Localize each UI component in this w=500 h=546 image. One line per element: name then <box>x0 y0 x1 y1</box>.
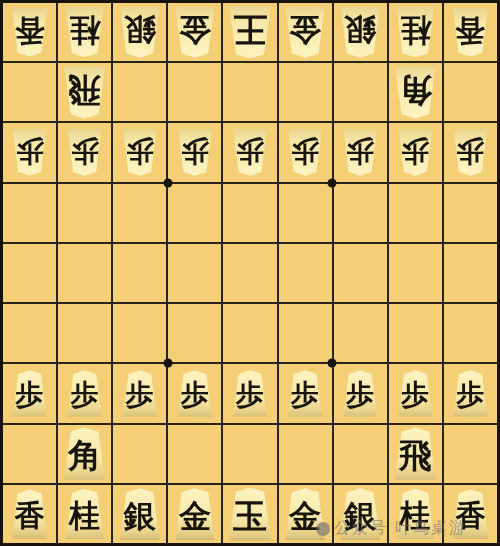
cell-r1c1[interactable]: 香 <box>3 3 56 61</box>
cell-r2c9[interactable] <box>444 63 497 121</box>
piece-silver-gote[interactable]: 銀 <box>117 7 162 58</box>
piece-glyph: 王 <box>233 13 267 47</box>
piece-glyph: 角 <box>399 74 432 107</box>
piece-knight-sente[interactable]: 桂 <box>63 489 105 539</box>
cell-r3c9[interactable]: 歩 <box>444 123 497 181</box>
piece-glyph: 角 <box>68 439 101 472</box>
piece-pawn-gote[interactable]: 歩 <box>10 129 48 176</box>
cell-r7c1[interactable]: 歩 <box>3 364 56 422</box>
cell-r1c7[interactable]: 銀 <box>334 3 387 61</box>
piece-king-gote[interactable]: 王 <box>226 6 273 59</box>
piece-pawn-gote[interactable]: 歩 <box>176 129 214 176</box>
piece-pawn-sente[interactable]: 歩 <box>121 370 159 417</box>
cell-r6c2[interactable] <box>58 304 111 362</box>
cell-r5c9[interactable] <box>444 244 497 302</box>
piece-pawn-sente[interactable]: 歩 <box>10 370 48 417</box>
piece-glyph: 歩 <box>346 381 374 409</box>
cell-r2c1[interactable] <box>3 63 56 121</box>
cell-r5c6[interactable] <box>279 244 332 302</box>
cell-r4c8[interactable] <box>389 184 442 242</box>
cell-r7c9[interactable]: 歩 <box>444 364 497 422</box>
cell-r5c4[interactable] <box>168 244 221 302</box>
cell-r5c1[interactable] <box>3 244 56 302</box>
piece-glyph: 歩 <box>291 137 319 165</box>
cell-r8c8[interactable]: 飛 <box>389 425 442 483</box>
piece-glyph: 歩 <box>71 381 99 409</box>
cell-r9c7[interactable]: 銀 <box>334 485 387 543</box>
piece-glyph: 金 <box>289 500 321 532</box>
cell-r4c1[interactable] <box>3 184 56 242</box>
cell-r2c4[interactable] <box>168 63 221 121</box>
cell-r8c7[interactable] <box>334 425 387 483</box>
piece-glyph: 歩 <box>71 137 99 165</box>
hoshi-point <box>163 359 172 368</box>
piece-silver-sente[interactable]: 銀 <box>117 488 162 539</box>
cell-r4c5[interactable] <box>223 184 276 242</box>
cell-r5c3[interactable] <box>113 244 166 302</box>
cell-r3c1[interactable]: 歩 <box>3 123 56 181</box>
piece-knight-gote[interactable]: 桂 <box>63 7 105 57</box>
shogi-board: 香桂銀金王金銀桂香飛角歩歩歩歩歩歩歩歩歩歩歩歩歩歩歩歩歩歩角飛香桂銀金玉金銀桂香 <box>0 0 500 546</box>
piece-glyph: 香 <box>15 501 45 531</box>
piece-pawn-sente[interactable]: 歩 <box>451 370 489 417</box>
cell-r8c6[interactable] <box>279 425 332 483</box>
piece-glyph: 金 <box>179 500 211 532</box>
cell-r1c5[interactable]: 王 <box>223 3 276 61</box>
piece-pawn-sente[interactable]: 歩 <box>66 370 104 417</box>
piece-glyph: 銀 <box>124 500 156 532</box>
cell-r3c2[interactable]: 歩 <box>58 123 111 181</box>
piece-gold-gote[interactable]: 金 <box>283 7 328 58</box>
hoshi-point <box>328 359 337 368</box>
cell-r5c2[interactable] <box>58 244 111 302</box>
piece-glyph: 歩 <box>16 137 44 165</box>
piece-pawn-gote[interactable]: 歩 <box>396 129 434 176</box>
piece-glyph: 歩 <box>401 381 429 409</box>
piece-glyph: 銀 <box>344 500 376 532</box>
cell-r7c5[interactable]: 歩 <box>223 364 276 422</box>
piece-pawn-sente[interactable]: 歩 <box>231 370 269 417</box>
cell-r1c2[interactable]: 桂 <box>58 3 111 61</box>
cell-r3c6[interactable]: 歩 <box>279 123 332 181</box>
cell-r9c3[interactable]: 銀 <box>113 485 166 543</box>
cell-r1c8[interactable]: 桂 <box>389 3 442 61</box>
cell-r7c4[interactable]: 歩 <box>168 364 221 422</box>
cell-r2c2[interactable]: 飛 <box>58 63 111 121</box>
piece-glyph: 歩 <box>456 381 484 409</box>
piece-glyph: 歩 <box>181 381 209 409</box>
cell-r4c7[interactable] <box>334 184 387 242</box>
cell-r8c5[interactable] <box>223 425 276 483</box>
cell-r6c7[interactable] <box>334 304 387 362</box>
cell-r6c4[interactable] <box>168 304 221 362</box>
piece-glyph: 金 <box>179 14 211 46</box>
piece-pawn-gote[interactable]: 歩 <box>231 129 269 176</box>
cell-r2c8[interactable]: 角 <box>389 63 442 121</box>
cell-r7c7[interactable]: 歩 <box>334 364 387 422</box>
piece-pawn-gote[interactable]: 歩 <box>341 129 379 176</box>
cell-r7c8[interactable]: 歩 <box>389 364 442 422</box>
piece-bishop-gote[interactable]: 角 <box>392 66 438 118</box>
piece-glyph: 香 <box>15 15 45 45</box>
cell-r2c3[interactable] <box>113 63 166 121</box>
cell-r7c3[interactable]: 歩 <box>113 364 166 422</box>
cell-r9c2[interactable]: 桂 <box>58 485 111 543</box>
piece-silver-sente[interactable]: 銀 <box>338 488 383 539</box>
cell-r6c6[interactable] <box>279 304 332 362</box>
hoshi-point <box>163 179 172 188</box>
cell-r9c9[interactable]: 香 <box>444 485 497 543</box>
piece-glyph: 歩 <box>401 137 429 165</box>
cell-r4c2[interactable] <box>58 184 111 242</box>
piece-pawn-gote[interactable]: 歩 <box>451 129 489 176</box>
cell-r9c1[interactable]: 香 <box>3 485 56 543</box>
piece-glyph: 歩 <box>236 137 264 165</box>
cell-r8c9[interactable] <box>444 425 497 483</box>
cell-r4c6[interactable] <box>279 184 332 242</box>
cell-r9c8[interactable]: 桂 <box>389 485 442 543</box>
piece-glyph: 桂 <box>69 14 100 45</box>
cell-r8c1[interactable] <box>3 425 56 483</box>
cell-r7c2[interactable]: 歩 <box>58 364 111 422</box>
cell-r3c8[interactable]: 歩 <box>389 123 442 181</box>
piece-gold-gote[interactable]: 金 <box>173 7 218 58</box>
cell-r4c4[interactable] <box>168 184 221 242</box>
piece-glyph: 歩 <box>236 381 264 409</box>
piece-glyph: 歩 <box>126 137 154 165</box>
piece-pawn-gote[interactable]: 歩 <box>286 129 324 176</box>
piece-pawn-sente[interactable]: 歩 <box>341 370 379 417</box>
piece-glyph: 歩 <box>291 381 319 409</box>
piece-glyph: 歩 <box>181 137 209 165</box>
piece-glyph: 香 <box>455 501 485 531</box>
piece-glyph: 飛 <box>68 74 101 107</box>
piece-glyph: 飛 <box>399 439 432 472</box>
piece-bishop-sente[interactable]: 角 <box>62 427 108 479</box>
cell-r1c4[interactable]: 金 <box>168 3 221 61</box>
cell-r3c7[interactable]: 歩 <box>334 123 387 181</box>
piece-glyph: 歩 <box>456 137 484 165</box>
piece-knight-sente[interactable]: 桂 <box>394 489 436 539</box>
cell-r1c6[interactable]: 金 <box>279 3 332 61</box>
cell-r6c1[interactable] <box>3 304 56 362</box>
piece-pawn-sente[interactable]: 歩 <box>176 370 214 417</box>
cell-r6c8[interactable] <box>389 304 442 362</box>
piece-lance-gote[interactable]: 香 <box>10 8 50 57</box>
cell-r5c8[interactable] <box>389 244 442 302</box>
piece-pawn-sente[interactable]: 歩 <box>286 370 324 417</box>
cell-r8c4[interactable] <box>168 425 221 483</box>
piece-gold-sente[interactable]: 金 <box>173 488 218 539</box>
piece-glyph: 銀 <box>344 14 376 46</box>
piece-glyph: 金 <box>289 14 321 46</box>
piece-glyph: 玉 <box>233 499 267 533</box>
cell-r2c6[interactable] <box>279 63 332 121</box>
piece-glyph: 歩 <box>346 137 374 165</box>
piece-rook-sente[interactable]: 飛 <box>392 427 438 479</box>
cell-r9c5[interactable]: 玉 <box>223 485 276 543</box>
cell-r8c2[interactable]: 角 <box>58 425 111 483</box>
piece-glyph: 桂 <box>400 501 431 532</box>
piece-glyph: 歩 <box>126 381 154 409</box>
cell-r2c5[interactable] <box>223 63 276 121</box>
piece-lance-sente[interactable]: 香 <box>451 489 491 538</box>
cell-r3c3[interactable]: 歩 <box>113 123 166 181</box>
piece-pawn-gote[interactable]: 歩 <box>66 129 104 176</box>
piece-glyph: 桂 <box>400 14 431 45</box>
piece-pawn-gote[interactable]: 歩 <box>121 129 159 176</box>
shogi-screenshot: 香桂銀金王金銀桂香飛角歩歩歩歩歩歩歩歩歩歩歩歩歩歩歩歩歩歩角飛香桂銀金玉金銀桂香… <box>0 0 500 546</box>
cell-r1c3[interactable]: 銀 <box>113 3 166 61</box>
cell-r8c3[interactable] <box>113 425 166 483</box>
cell-r3c5[interactable]: 歩 <box>223 123 276 181</box>
piece-glyph: 桂 <box>69 501 100 532</box>
piece-glyph: 歩 <box>16 381 44 409</box>
cell-r6c3[interactable] <box>113 304 166 362</box>
piece-silver-gote[interactable]: 銀 <box>338 7 383 58</box>
piece-glyph: 香 <box>455 15 485 45</box>
piece-pawn-sente[interactable]: 歩 <box>396 370 434 417</box>
cell-r9c6[interactable]: 金 <box>279 485 332 543</box>
cell-r1c9[interactable]: 香 <box>444 3 497 61</box>
cell-r9c4[interactable]: 金 <box>168 485 221 543</box>
piece-lance-sente[interactable]: 香 <box>10 489 50 538</box>
cell-r6c5[interactable] <box>223 304 276 362</box>
cell-r6c9[interactable] <box>444 304 497 362</box>
cell-r3c4[interactable]: 歩 <box>168 123 221 181</box>
piece-knight-gote[interactable]: 桂 <box>394 7 436 57</box>
cell-r5c7[interactable] <box>334 244 387 302</box>
cell-r4c3[interactable] <box>113 184 166 242</box>
piece-rook-gote[interactable]: 飛 <box>62 66 108 118</box>
hoshi-point <box>328 179 337 188</box>
cell-r7c6[interactable]: 歩 <box>279 364 332 422</box>
cell-r5c5[interactable] <box>223 244 276 302</box>
piece-king-sente[interactable]: 玉 <box>226 487 273 540</box>
cell-r2c7[interactable] <box>334 63 387 121</box>
piece-lance-gote[interactable]: 香 <box>451 8 491 57</box>
piece-glyph: 銀 <box>124 14 156 46</box>
piece-gold-sente[interactable]: 金 <box>283 488 328 539</box>
cell-r4c9[interactable] <box>444 184 497 242</box>
